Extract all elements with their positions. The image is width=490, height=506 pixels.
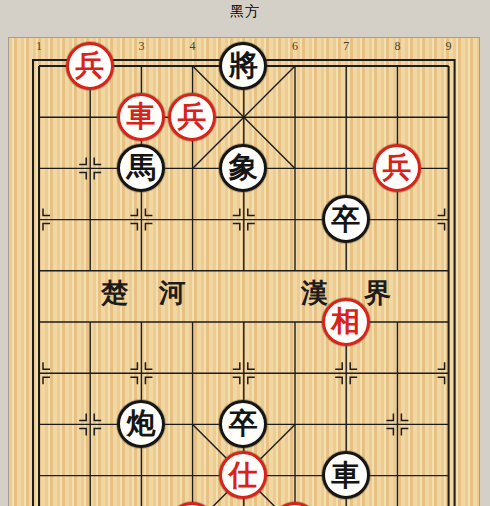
piece-black-chariot-c7r9[interactable]: 車 bbox=[322, 451, 370, 499]
column-label-1: 1 bbox=[36, 39, 42, 54]
piece-black-elephant-c5r3[interactable]: 象 bbox=[219, 144, 267, 192]
piece-black-general-c5r1[interactable]: 將 bbox=[219, 42, 267, 90]
black-side-label: 黑方 bbox=[0, 3, 490, 21]
xiangqi-board[interactable]: 123456789 楚河 漢界 兵將車兵馬象兵卒相炮卒仕車 bbox=[9, 38, 479, 506]
piece-red-pawn-c2r1[interactable]: 兵 bbox=[66, 42, 114, 90]
piece-black-horse-c3r3[interactable]: 馬 bbox=[117, 144, 165, 192]
column-label-8: 8 bbox=[394, 39, 400, 54]
piece-black-soldier-c7r4[interactable]: 卒 bbox=[322, 195, 370, 243]
column-label-3: 3 bbox=[138, 39, 144, 54]
piece-red-unknown-clipped-c4r10[interactable] bbox=[168, 502, 216, 506]
piece-black-soldier-c5r8[interactable]: 卒 bbox=[219, 400, 267, 448]
piece-red-chariot-c3r2[interactable]: 車 bbox=[117, 93, 165, 141]
column-label-9: 9 bbox=[446, 39, 452, 54]
column-label-7: 7 bbox=[343, 39, 349, 54]
column-label-6: 6 bbox=[292, 39, 298, 54]
river-text-han-jie: 漢界 bbox=[301, 279, 427, 307]
piece-red-pawn-c4r2[interactable]: 兵 bbox=[168, 93, 216, 141]
piece-black-cannon-c3r8[interactable]: 炮 bbox=[117, 400, 165, 448]
piece-red-pawn-c8r3[interactable]: 兵 bbox=[373, 144, 421, 192]
piece-red-elephant-c7r6[interactable]: 相 bbox=[322, 298, 370, 346]
column-label-4: 4 bbox=[190, 39, 196, 54]
piece-red-advisor-c5r9[interactable]: 仕 bbox=[219, 451, 267, 499]
river-text-chu-he: 楚河 bbox=[101, 279, 217, 307]
piece-red-unknown-clipped-c6r10[interactable] bbox=[271, 502, 319, 506]
